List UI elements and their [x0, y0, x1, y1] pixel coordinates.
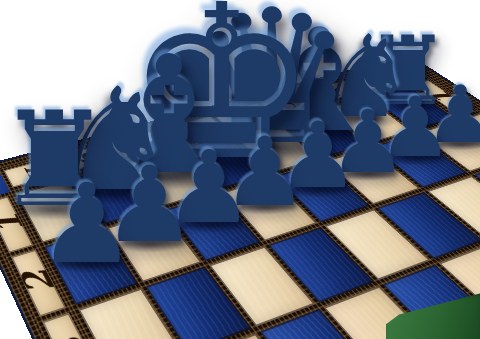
- piece-white-pawn-h2[interactable]: ♟: [37, 169, 136, 279]
- chess-set-photo: hgfedcba 12345678 12345678 ♜♞♝♟♛♟♚♟♝♟♞♟♜…: [0, 0, 480, 339]
